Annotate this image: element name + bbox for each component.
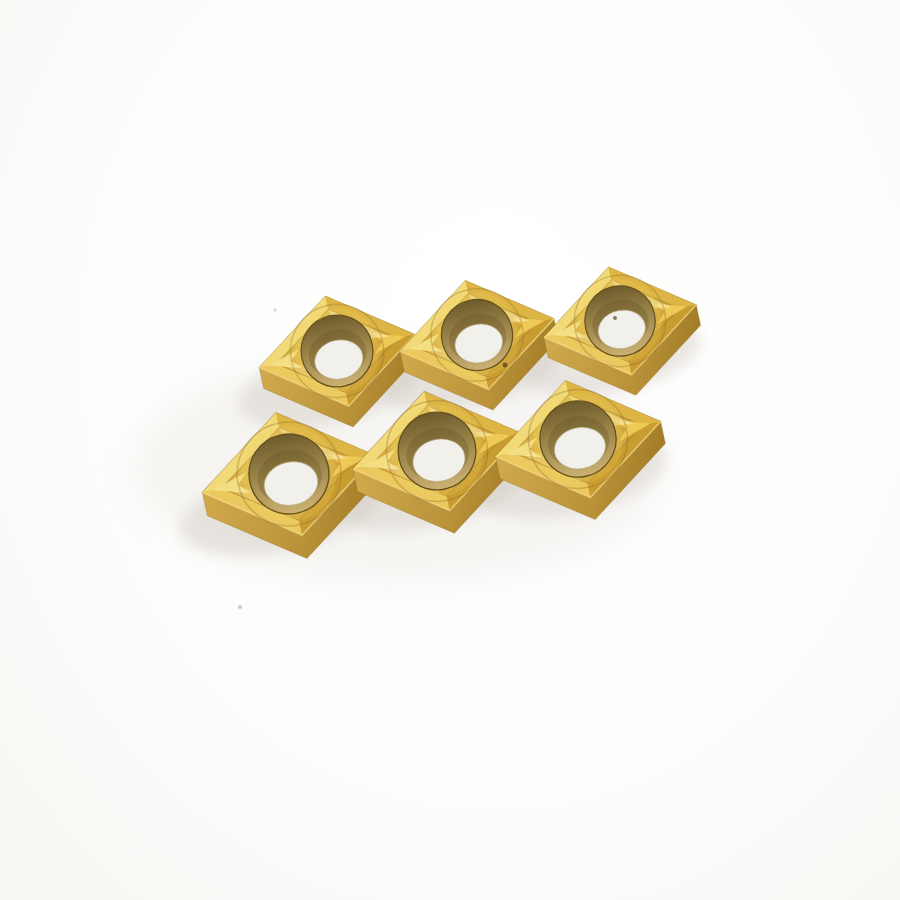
product-photo — [0, 0, 900, 900]
speck-3 — [503, 363, 508, 368]
product-photo-svg — [0, 0, 900, 900]
speck-1 — [238, 605, 242, 609]
speck-4 — [613, 316, 617, 320]
speck-2 — [273, 308, 276, 311]
